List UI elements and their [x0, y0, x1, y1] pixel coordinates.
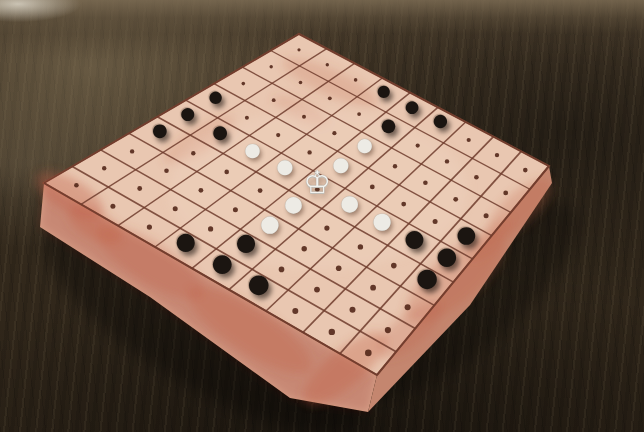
game-board: [0, 0, 644, 432]
attacker-piece[interactable]: ●: [176, 231, 197, 255]
defender-piece[interactable]: ●: [244, 139, 261, 158]
attacker-piece[interactable]: ●: [236, 232, 257, 256]
attacker-piece[interactable]: ●: [433, 112, 448, 130]
attacker-piece[interactable]: ●: [436, 243, 457, 267]
attacker-piece[interactable]: ●: [404, 226, 424, 249]
attacker-piece[interactable]: ●: [208, 88, 222, 104]
attacker-piece[interactable]: ●: [152, 121, 168, 139]
defender-piece[interactable]: ●: [372, 209, 392, 232]
attacker-piece[interactable]: ●: [405, 98, 420, 115]
attacker-piece[interactable]: ●: [180, 105, 195, 122]
attacker-piece[interactable]: ●: [381, 117, 397, 135]
defender-piece[interactable]: ●: [357, 136, 373, 155]
attacker-piece[interactable]: ●: [248, 271, 270, 297]
defender-piece[interactable]: ●: [276, 157, 293, 177]
attacker-piece[interactable]: ●: [456, 221, 476, 244]
attacker-piece[interactable]: ●: [212, 251, 234, 276]
photo-scene: ●●●●●●●●●●●●♔●●●●●●●●●●●●: [0, 0, 644, 432]
defender-piece[interactable]: ●: [340, 191, 359, 213]
defender-piece[interactable]: ●: [284, 193, 303, 215]
attacker-piece[interactable]: ●: [416, 265, 438, 290]
defender-piece[interactable]: ●: [332, 155, 349, 175]
attacker-piece[interactable]: ●: [377, 83, 391, 99]
defender-piece[interactable]: ●: [260, 212, 280, 235]
king-piece[interactable]: ♔: [303, 166, 331, 197]
attacker-piece[interactable]: ●: [212, 122, 228, 140]
